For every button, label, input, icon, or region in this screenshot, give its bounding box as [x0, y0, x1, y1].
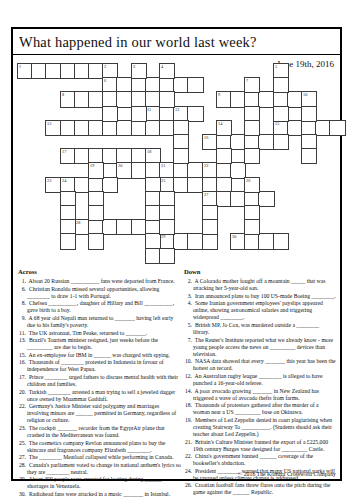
clue-item: 25. The cosmetics company Revlon announc… [18, 440, 181, 454]
clue-number: 27 [204, 193, 208, 197]
page-title: What happened in our world last week? [13, 29, 340, 54]
clue-item: 14. A poor avocado growing _______ in Ne… [184, 388, 336, 402]
clue-item: 2. A Colorado mother fought off a mounta… [184, 278, 336, 292]
clue-item: 20. Turkish ________ arrested a man tryi… [18, 389, 181, 403]
grid-cell[interactable] [159, 248, 175, 264]
grid-cell[interactable] [273, 233, 289, 249]
clue-item-number: 22. [184, 453, 194, 460]
grid-cell[interactable] [244, 120, 260, 136]
clue-item-number: 20. [18, 389, 28, 396]
clue-item: 30. Radiohead fans were attacked in a mu… [18, 491, 181, 498]
clue-number: 17 [62, 150, 66, 154]
grid-cell[interactable] [60, 233, 76, 249]
clue-item-number: 13. [18, 337, 28, 344]
copyright-footer: © 2016 The Komiža Crossword Company [238, 471, 336, 477]
clue-item: 22. China's government banned ______ cov… [184, 453, 336, 467]
clue-item: 17. Prince ________ urged fathers to dis… [18, 374, 181, 388]
clue-item-number: 5. [184, 322, 194, 329]
clue-item-number: 1. [18, 278, 28, 285]
grid-cell[interactable] [159, 91, 175, 107]
clue-number: 1 [19, 65, 21, 69]
clue-item-number: 29. [18, 476, 28, 483]
clue-item: 9. A 68 year old Nepali man returned to … [18, 315, 181, 329]
clue-item-number: 16. [18, 359, 28, 366]
clue-number: 13 [47, 122, 51, 126]
clue-number: 21 [161, 164, 165, 168]
clue-item-number: 9. [18, 315, 28, 322]
clue-item: 28. Canada's parliament voted to change … [18, 462, 181, 476]
down-clues: Down 2. A Colorado mother fought off a m… [184, 268, 336, 497]
grid-cell[interactable] [301, 148, 317, 164]
clue-number: 8 [62, 93, 64, 97]
clue-number: 14 [218, 122, 222, 126]
clue-item: 22. Germany's Justice Minister said poly… [18, 403, 181, 424]
clue-number: 18 [147, 150, 151, 154]
clue-item: 11. The UK astronaut, Tim Peake, returne… [18, 330, 181, 337]
clue-item: 23. The cockpit _______ recorder from th… [18, 425, 181, 439]
clue-item: 19. Members of Led Zeppelin denied in co… [184, 417, 336, 438]
clue-item: 12. An Australian rugby league ________ … [184, 373, 336, 387]
clue-item: 5. British MP, Jo Cox, was murdered outs… [184, 322, 336, 336]
clue-item-number: 27. [18, 454, 28, 461]
clue-number: 4 [161, 65, 163, 69]
clue-item-number: 8. [18, 300, 28, 307]
clue-item: 27. The ________ Meatloaf collapsed whil… [18, 454, 181, 461]
clue-item: 4. Some Iranian government employees' pa… [184, 300, 336, 321]
clue-item: 26. Croatian football fans threw flares … [184, 482, 336, 496]
clue-item-number: 4. [184, 300, 194, 307]
clue-item: 21. Britain's Culture Minister banned th… [184, 439, 336, 453]
clue-item-number: 24. [184, 468, 194, 475]
clue-number: 20 [118, 164, 122, 168]
masthead: What happened in our world last week? [13, 29, 340, 55]
clue-item-number: 11. [18, 330, 28, 337]
grid-cell[interactable] [202, 219, 218, 235]
clue-item: 29. About 400 people were arrested for l… [18, 476, 181, 490]
clue-item-number: 12. [184, 373, 194, 380]
clue-number: 19 [90, 164, 94, 168]
clue-number: 16 [204, 136, 208, 140]
clue-item-number: 21. [184, 439, 194, 446]
grid-cell[interactable] [159, 219, 175, 235]
clue-item: 18. Thousands of protestors gathered aft… [184, 402, 336, 416]
grid-cell[interactable] [202, 233, 218, 249]
clue-item: 6. Christian Ronaldo missed several oppo… [18, 286, 181, 300]
clue-item-number: 15. [18, 352, 28, 359]
clue-number: 12 [175, 108, 179, 112]
clue-item-number: 19. [184, 417, 194, 424]
grid-cell[interactable] [273, 106, 289, 122]
clue-item-number: 26. [184, 482, 194, 489]
clue-item-number: 23. [18, 425, 28, 432]
grid-cell[interactable] [216, 148, 232, 164]
clue-number: 23 [47, 179, 51, 183]
clue-item-number: 3. [184, 293, 194, 300]
clue-number: 2 [104, 65, 106, 69]
crossword-grid: 1689111315161720222325272829302345710121… [17, 63, 337, 265]
clue-number: 6 [104, 79, 106, 83]
grid-cell[interactable] [273, 134, 289, 150]
clue-item: 8. Chelsea __________, daughter of Hilla… [18, 300, 181, 314]
grid-cell[interactable] [187, 106, 203, 122]
clue-item-number: 22. [18, 403, 28, 410]
across-clues: Across 1. About 20 Russian __________ fa… [18, 268, 181, 499]
clue-number: 7 [246, 79, 248, 83]
clue-number: 22 [204, 164, 208, 168]
clue-item: 15. An ex-employee for IBM in ______ was… [18, 352, 181, 359]
clue-number: 3 [133, 65, 135, 69]
clue-number: 24 [62, 179, 66, 183]
across-heading: Across [18, 268, 181, 276]
clue-number: 28 [76, 221, 80, 225]
grid-cell[interactable] [102, 177, 118, 193]
clue-number: 10 [303, 93, 307, 97]
grid-cell[interactable] [329, 120, 345, 136]
clue-item-number: 28. [18, 462, 28, 469]
grid-cell[interactable] [102, 106, 118, 122]
clue-item-number: 30. [18, 491, 28, 498]
down-heading: Down [184, 268, 336, 276]
grid-cell[interactable] [187, 77, 203, 93]
grid-cell[interactable] [88, 205, 104, 221]
clue-number: 25 [161, 179, 165, 183]
puzzle-page: What happened in our world last week? Ju… [11, 27, 342, 481]
grid-cell[interactable] [88, 233, 104, 249]
grid-cell[interactable] [131, 106, 147, 122]
grid-cell[interactable] [244, 148, 260, 164]
grid-cell[interactable] [244, 219, 260, 235]
across-clue-list: 1. About 20 Russian __________ fans were… [18, 278, 181, 498]
clue-number: 29 [161, 235, 165, 239]
clue-number: 30 [232, 235, 236, 239]
clue-item: 16. Thousands of ________ protested in I… [18, 359, 181, 373]
clue-item-number: 2. [184, 278, 194, 285]
clue-number: 5 [275, 65, 277, 69]
clue-item: 7. The Reuter's Institute reported what … [184, 337, 336, 358]
clue-item: 1. About 20 Russian __________ fans were… [18, 278, 181, 285]
clue-item-number: 7. [184, 337, 194, 344]
clue-item-number: 17. [18, 374, 28, 381]
grid-cell[interactable] [301, 106, 317, 122]
clue-item-number: 18. [184, 402, 194, 409]
grid-cell[interactable] [258, 191, 274, 207]
clue-item-number: 25. [18, 440, 28, 447]
clue-number: 26 [246, 179, 250, 183]
clue-number: 9 [218, 93, 220, 97]
grid-cell[interactable] [173, 148, 189, 164]
clue-number: 11 [147, 108, 151, 112]
grid-cell[interactable] [273, 77, 289, 93]
clue-item: 3. Iran announced plans to buy 100 US-ma… [184, 293, 336, 300]
down-clue-list: 2. A Colorado mother fought off a mounta… [184, 278, 336, 496]
clue-item-number: 6. [18, 286, 28, 293]
clue-item-number: 14. [184, 388, 194, 395]
clue-item: 10. NASA data showed that every _______ … [184, 358, 336, 372]
clue-item: 13. Brazil's Tourism minister resigned, … [18, 337, 181, 351]
clue-number: 15 [275, 122, 279, 126]
clue-item-number: 10. [184, 358, 194, 365]
